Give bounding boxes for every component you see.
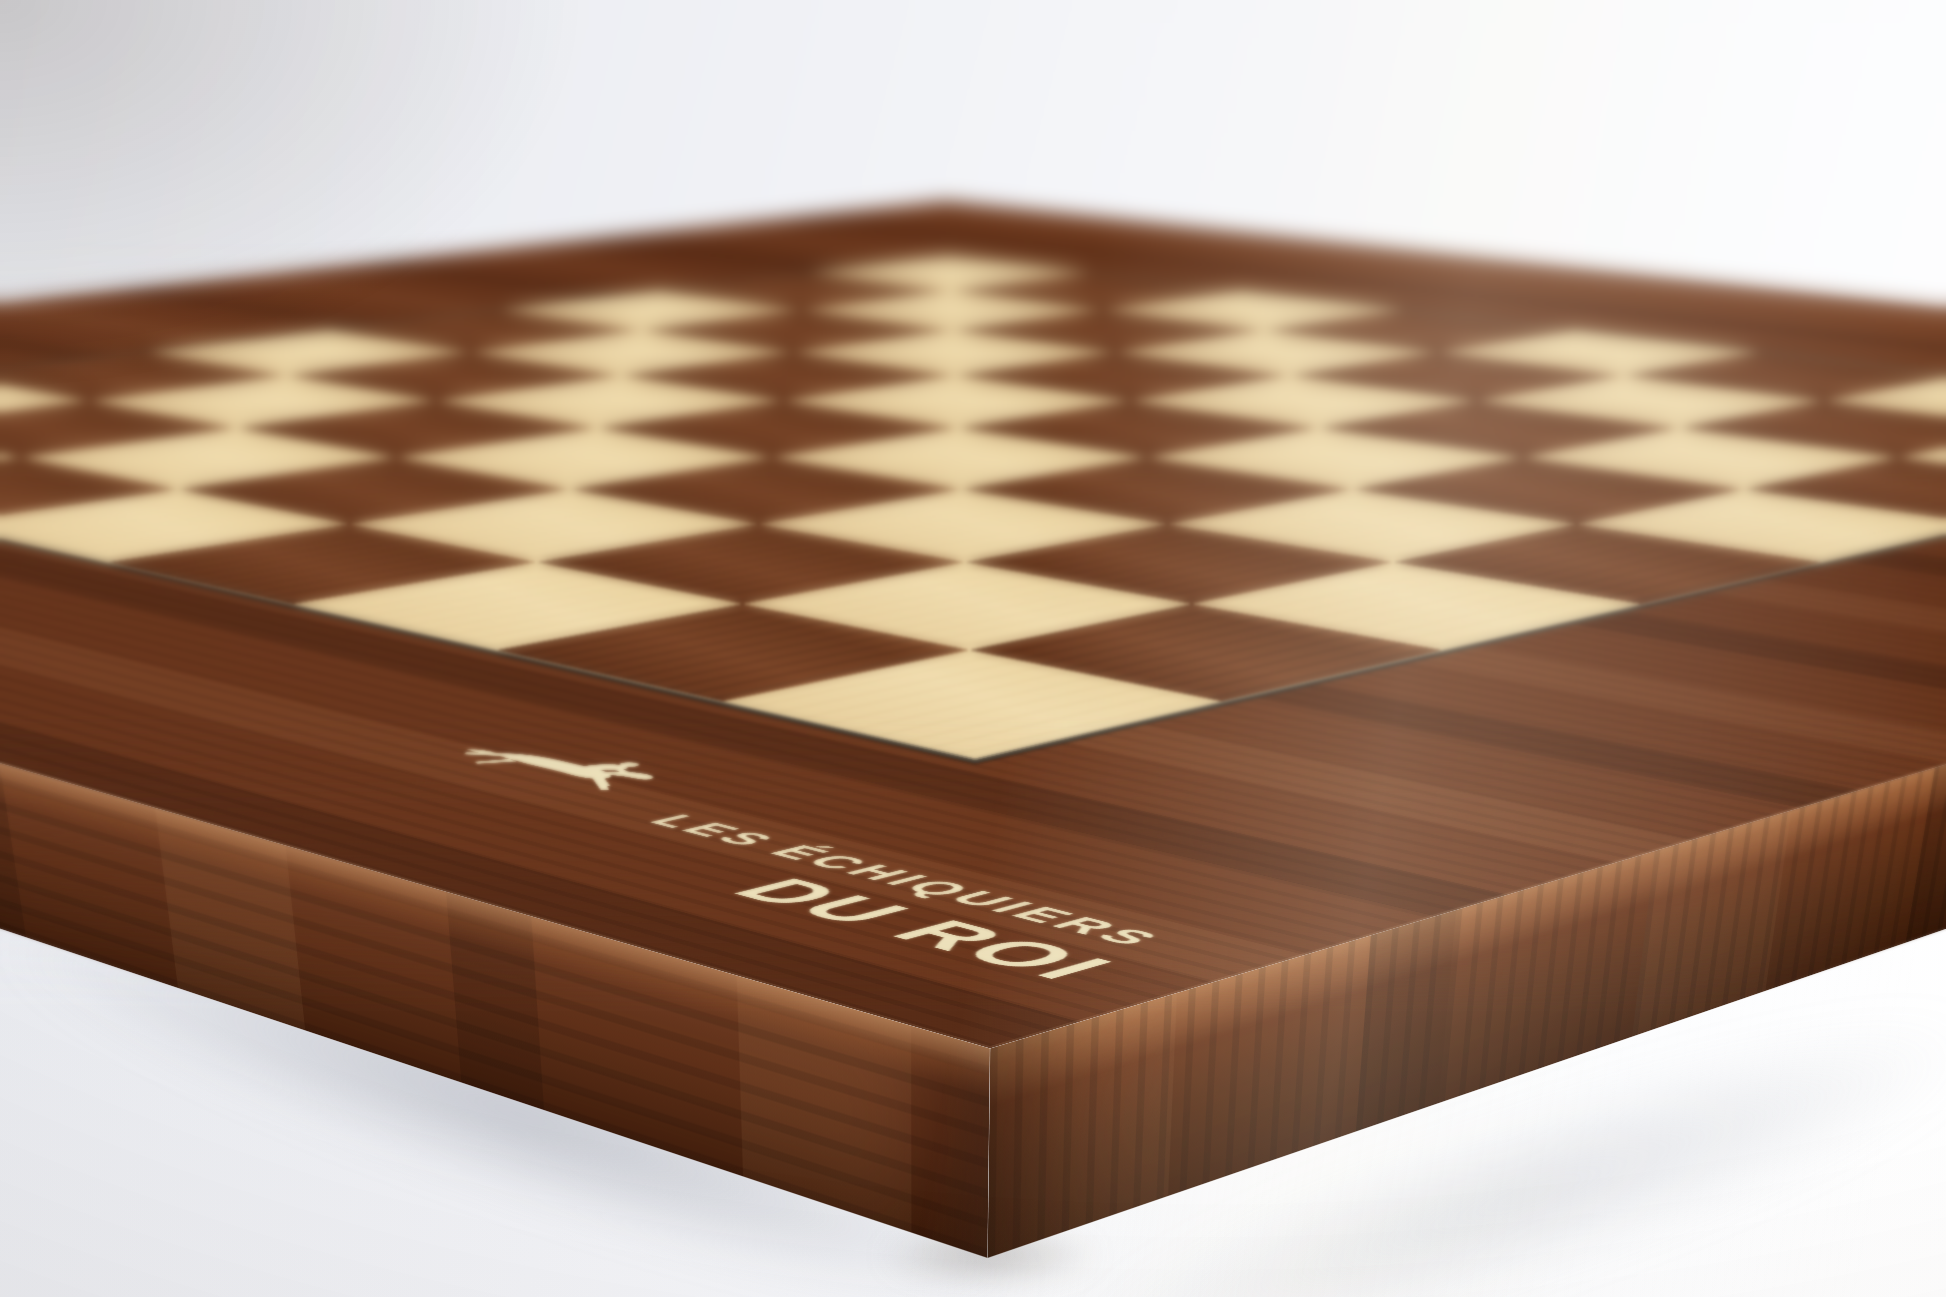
square-d3 [396,428,771,489]
square-g6 [1523,428,1898,489]
square-e2 [349,489,758,562]
square-e3 [570,457,962,524]
square-g4 [1167,489,1576,562]
brand-line1: LES ÉCHIQUIERS [635,811,1178,950]
brand-line2: DU ROI [710,872,1142,987]
square-h2 [969,604,1442,701]
square-e4 [772,428,1147,489]
square-c1 [0,457,178,524]
square-f3 [758,489,1167,562]
chessboard-scene: LES ÉCHIQUIERS DU ROI [0,0,1946,1297]
square-h5 [1577,489,1946,562]
square-f2 [537,524,965,604]
chessboard: LES ÉCHIQUIERS DU ROI [0,201,1946,1048]
square-d2 [178,457,570,524]
square-g3 [965,524,1393,604]
square-g2 [742,562,1191,650]
playing-field [0,256,1946,758]
square-g5 [1353,457,1745,524]
square-h1 [723,650,1221,758]
square-h6 [1744,457,1946,524]
knight-horse-icon [424,733,716,802]
square-g1 [497,604,970,701]
square-d1 [0,489,349,562]
square-f1 [293,562,742,650]
product-photo: LES ÉCHIQUIERS DU ROI [0,0,1946,1297]
square-b1 [0,428,21,489]
square-h4 [1393,524,1821,604]
square-c2 [21,428,396,489]
square-e1 [108,524,536,604]
square-h7 [1898,428,1946,489]
square-f4 [961,457,1353,524]
square-h3 [1192,562,1641,650]
square-f5 [1147,428,1522,489]
